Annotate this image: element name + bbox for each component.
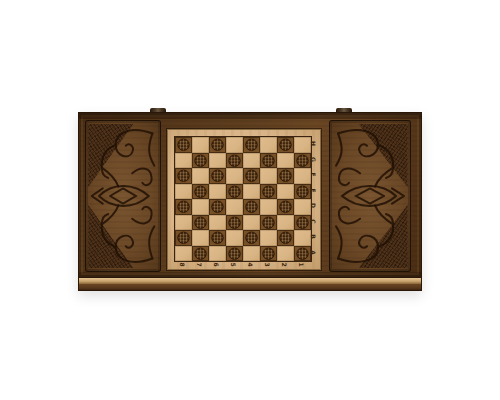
square-d8[interactable] [175,199,192,215]
square-g4[interactable] [243,153,260,169]
square-b6[interactable] [209,230,226,246]
rank-label-text: 6 [213,262,220,266]
square-d5[interactable] [226,199,243,215]
carved-floral-ornament [88,124,158,268]
square-h4[interactable] [243,137,260,153]
file-labels: HGFEDCBA [308,136,319,260]
square-d3[interactable] [260,199,277,215]
file-label-text: H [310,141,317,146]
carved-panel-right-inner [329,120,411,272]
square-c7[interactable] [192,215,209,231]
square-c5[interactable] [226,215,243,231]
scene: HGFEDCBA 87654321 [0,0,500,400]
case-top-face: HGFEDCBA 87654321 [78,112,422,278]
rank-label-4: 4 [242,259,259,269]
file-label-a: A [308,245,319,261]
chess-panel: HGFEDCBA 87654321 [167,129,321,270]
square-d7[interactable] [192,199,209,215]
rosette-ornament [243,168,260,184]
square-b7[interactable] [192,230,209,246]
carved-panel-right [329,120,411,272]
rank-label-3: 3 [259,259,276,269]
square-e3[interactable] [260,184,277,200]
square-b2[interactable] [277,230,294,246]
rank-label-text: 7 [196,262,203,266]
square-c3[interactable] [260,215,277,231]
rosette-ornament [243,230,260,246]
rosette-ornament [260,215,277,231]
rosette-ornament [243,137,260,153]
square-g5[interactable] [226,153,243,169]
rank-label-text: 3 [264,262,271,266]
square-e6[interactable] [209,184,226,200]
square-f6[interactable] [209,168,226,184]
rosette-ornament [175,199,192,215]
square-f3[interactable] [260,168,277,184]
rosette-ornament [192,215,209,231]
square-g3[interactable] [260,153,277,169]
square-c4[interactable] [243,215,260,231]
file-label-text: A [310,250,317,255]
square-h7[interactable] [192,137,209,153]
square-h2[interactable] [277,137,294,153]
square-e4[interactable] [243,184,260,200]
square-b8[interactable] [175,230,192,246]
rank-label-7: 7 [191,259,208,269]
square-d6[interactable] [209,199,226,215]
square-f7[interactable] [192,168,209,184]
rosette-ornament [209,137,226,153]
square-e5[interactable] [226,184,243,200]
rank-label-8: 8 [174,259,191,269]
rosette-ornament [192,184,209,200]
rank-label-5: 5 [225,259,242,269]
square-g7[interactable] [192,153,209,169]
file-label-d: D [308,198,319,214]
rank-label-text: 8 [179,262,186,266]
rosette-ornament [277,199,294,215]
file-label-text: D [310,203,317,208]
carved-panel-left [85,120,161,272]
square-f4[interactable] [243,168,260,184]
file-label-h: H [308,136,319,152]
rank-label-text: 1 [298,262,305,266]
file-label-f: F [308,167,319,183]
file-label-text: B [310,234,317,239]
square-c6[interactable] [209,215,226,231]
rank-labels: 87654321 [174,259,310,269]
square-h6[interactable] [209,137,226,153]
file-label-c: C [308,214,319,230]
square-c2[interactable] [277,215,294,231]
square-e8[interactable] [175,184,192,200]
file-label-b: B [308,229,319,245]
carved-panel-left-inner [85,120,161,272]
square-h8[interactable] [175,137,192,153]
case-front-side [78,284,422,291]
rosette-ornament [260,184,277,200]
rosette-ornament [277,230,294,246]
square-f8[interactable] [175,168,192,184]
square-b4[interactable] [243,230,260,246]
file-label-text: G [310,157,317,162]
rosette-ornament [209,199,226,215]
square-g2[interactable] [277,153,294,169]
rosette-ornament [209,230,226,246]
file-label-g: G [308,152,319,168]
square-b5[interactable] [226,230,243,246]
square-e7[interactable] [192,184,209,200]
rosette-ornament [226,215,243,231]
rank-label-text: 2 [281,262,288,266]
rank-label-1: 1 [293,259,310,269]
file-label-e: E [308,183,319,199]
rosette-ornament [175,230,192,246]
square-d4[interactable] [243,199,260,215]
square-f5[interactable] [226,168,243,184]
rosette-ornament [277,168,294,184]
square-d2[interactable] [277,199,294,215]
rosette-ornament [192,153,209,169]
rosette-ornament [260,153,277,169]
file-label-text: C [310,219,317,223]
file-label-text: E [310,188,317,192]
rosette-ornament [226,184,243,200]
rosette-ornament [226,153,243,169]
rosette-ornament [277,137,294,153]
rosette-ornament [243,199,260,215]
rosette-ornament [209,168,226,184]
square-c8[interactable] [175,215,192,231]
rank-label-6: 6 [208,259,225,269]
carved-floral-ornament [332,124,408,268]
file-label-text: F [310,173,317,177]
rank-label-2: 2 [276,259,293,269]
square-h3[interactable] [260,137,277,153]
square-b3[interactable] [260,230,277,246]
rank-label-text: 5 [230,262,237,266]
chess-board [174,136,312,262]
board-case: HGFEDCBA 87654321 [78,112,422,291]
square-g6[interactable] [209,153,226,169]
square-h5[interactable] [226,137,243,153]
rosette-ornament [175,137,192,153]
rosette-ornament [175,168,192,184]
square-e2[interactable] [277,184,294,200]
square-f2[interactable] [277,168,294,184]
rank-label-text: 4 [247,262,254,266]
square-g8[interactable] [175,153,192,169]
